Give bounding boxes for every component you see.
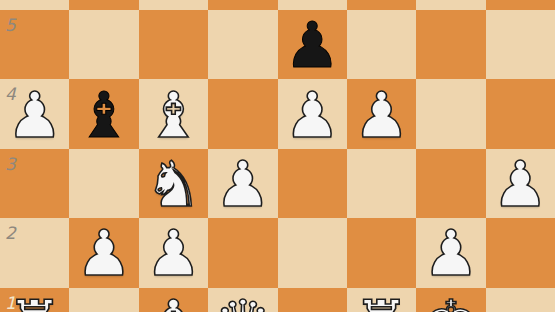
- piece-white-queen-d1[interactable]: ♛: [208, 288, 277, 312]
- square-d4[interactable]: [208, 79, 277, 148]
- square-b1[interactable]: [69, 288, 138, 312]
- square-c3[interactable]: ♞: [139, 149, 208, 218]
- square-h4[interactable]: [486, 79, 555, 148]
- square-d6[interactable]: [208, 0, 277, 10]
- square-a1[interactable]: 1♜: [0, 288, 69, 312]
- square-b6[interactable]: [69, 0, 138, 10]
- piece-black-pawn-e5[interactable]: ♟: [278, 10, 347, 79]
- piece-white-king-g1[interactable]: ♚: [416, 288, 485, 312]
- piece-white-pawn-a4[interactable]: ♟: [0, 79, 69, 148]
- piece-white-knight-c3[interactable]: ♞: [139, 149, 208, 218]
- square-g4[interactable]: [416, 79, 485, 148]
- square-b3[interactable]: [69, 149, 138, 218]
- square-h3[interactable]: ♟: [486, 149, 555, 218]
- piece-white-rook-a1[interactable]: ♜: [0, 288, 69, 312]
- square-b2[interactable]: ♟: [69, 218, 138, 287]
- square-a5[interactable]: 5: [0, 10, 69, 79]
- square-h6[interactable]: [486, 0, 555, 10]
- piece-white-pawn-f4[interactable]: ♟: [347, 79, 416, 148]
- square-a2[interactable]: 2: [0, 218, 69, 287]
- square-g2[interactable]: ♟: [416, 218, 485, 287]
- square-f1[interactable]: ♜: [347, 288, 416, 312]
- square-c2[interactable]: ♟: [139, 218, 208, 287]
- square-e5[interactable]: ♟: [278, 10, 347, 79]
- piece-white-rook-f1[interactable]: ♜: [347, 288, 416, 312]
- square-e2[interactable]: [278, 218, 347, 287]
- square-c6[interactable]: ♟: [139, 0, 208, 10]
- chess-board-viewport: ♟♟♝♞5♟4♟♝♝♟♟3♞♟♟2♟♟♟1♜♝♛♜♚: [0, 0, 555, 312]
- square-f5[interactable]: [347, 10, 416, 79]
- square-d5[interactable]: [208, 10, 277, 79]
- piece-white-pawn-b2[interactable]: ♟: [69, 218, 138, 287]
- piece-white-pawn-d3[interactable]: ♟: [208, 149, 277, 218]
- square-f6[interactable]: ♞: [347, 0, 416, 10]
- rank-label-5: 5: [5, 17, 16, 34]
- piece-black-bishop-b4[interactable]: ♝: [69, 79, 138, 148]
- square-g5[interactable]: [416, 10, 485, 79]
- piece-white-pawn-e4[interactable]: ♟: [278, 79, 347, 148]
- square-b4[interactable]: ♝: [69, 79, 138, 148]
- square-g1[interactable]: ♚: [416, 288, 485, 312]
- square-a6[interactable]: ♟: [0, 0, 69, 10]
- rank-label-2: 2: [5, 225, 16, 242]
- square-b5[interactable]: [69, 10, 138, 79]
- square-c1[interactable]: ♝: [139, 288, 208, 312]
- square-c5[interactable]: [139, 10, 208, 79]
- piece-white-pawn-h3[interactable]: ♟: [486, 149, 555, 218]
- square-e1[interactable]: [278, 288, 347, 312]
- piece-white-bishop-c1[interactable]: ♝: [139, 288, 208, 312]
- rank-label-3: 3: [5, 156, 16, 173]
- square-d1[interactable]: ♛: [208, 288, 277, 312]
- piece-white-pawn-g2[interactable]: ♟: [416, 218, 485, 287]
- square-d3[interactable]: ♟: [208, 149, 277, 218]
- square-a4[interactable]: 4♟: [0, 79, 69, 148]
- square-f3[interactable]: [347, 149, 416, 218]
- piece-black-knight-f6[interactable]: ♞: [347, 0, 416, 10]
- square-e4[interactable]: ♟: [278, 79, 347, 148]
- square-h2[interactable]: [486, 218, 555, 287]
- square-g6[interactable]: [416, 0, 485, 10]
- piece-black-pawn-a6[interactable]: ♟: [0, 0, 69, 10]
- piece-white-pawn-c2[interactable]: ♟: [139, 218, 208, 287]
- square-e3[interactable]: [278, 149, 347, 218]
- square-h5[interactable]: [486, 10, 555, 79]
- square-a3[interactable]: 3: [0, 149, 69, 218]
- square-c4[interactable]: ♝: [139, 79, 208, 148]
- square-f2[interactable]: [347, 218, 416, 287]
- piece-white-bishop-c4[interactable]: ♝: [139, 79, 208, 148]
- piece-black-pawn-c6[interactable]: ♟: [139, 0, 208, 10]
- square-d2[interactable]: [208, 218, 277, 287]
- square-g3[interactable]: [416, 149, 485, 218]
- square-h1[interactable]: [486, 288, 555, 312]
- square-f4[interactable]: ♟: [347, 79, 416, 148]
- chess-board: ♟♟♝♞5♟4♟♝♝♟♟3♞♟♟2♟♟♟1♜♝♛♜♚: [0, 0, 555, 312]
